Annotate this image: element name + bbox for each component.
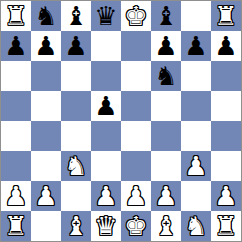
black-pawn[interactable]: ♟ bbox=[214, 31, 237, 61]
chess-board: ♜♞♝♛♚♝♜♟♟♟♟♟♟♞♟♞♟♟♟♟♟♟♟♜♝♛♚♝♞♜ bbox=[0, 0, 242, 242]
square-f7[interactable]: ♟ bbox=[151, 31, 181, 61]
square-g8[interactable] bbox=[181, 1, 211, 31]
square-g5[interactable] bbox=[181, 91, 211, 121]
white-queen[interactable]: ♛ bbox=[94, 211, 117, 241]
square-b3[interactable] bbox=[31, 151, 61, 181]
square-g4[interactable] bbox=[181, 121, 211, 151]
square-h4[interactable] bbox=[211, 121, 241, 151]
black-pawn[interactable]: ♟ bbox=[4, 31, 27, 61]
square-f1[interactable]: ♝ bbox=[151, 211, 181, 241]
white-king[interactable]: ♚ bbox=[124, 211, 147, 241]
square-d2[interactable]: ♟ bbox=[91, 181, 121, 211]
square-e6[interactable] bbox=[121, 61, 151, 91]
square-g6[interactable] bbox=[181, 61, 211, 91]
white-pawn[interactable]: ♟ bbox=[154, 181, 177, 211]
square-h7[interactable]: ♟ bbox=[211, 31, 241, 61]
square-c3[interactable]: ♞ bbox=[61, 151, 91, 181]
square-c8[interactable]: ♝ bbox=[61, 1, 91, 31]
white-knight[interactable]: ♞ bbox=[64, 151, 87, 181]
black-pawn[interactable]: ♟ bbox=[184, 31, 207, 61]
black-knight[interactable]: ♞ bbox=[34, 1, 57, 31]
white-rook[interactable]: ♜ bbox=[4, 211, 27, 241]
square-b5[interactable] bbox=[31, 91, 61, 121]
black-pawn[interactable]: ♟ bbox=[94, 91, 117, 121]
black-pawn[interactable]: ♟ bbox=[154, 31, 177, 61]
square-f8[interactable]: ♝ bbox=[151, 1, 181, 31]
square-f3[interactable] bbox=[151, 151, 181, 181]
square-h5[interactable] bbox=[211, 91, 241, 121]
square-f5[interactable] bbox=[151, 91, 181, 121]
square-b4[interactable] bbox=[31, 121, 61, 151]
square-d8[interactable]: ♛ bbox=[91, 1, 121, 31]
square-a8[interactable]: ♜ bbox=[1, 1, 31, 31]
white-rook[interactable]: ♜ bbox=[214, 211, 237, 241]
black-pawn[interactable]: ♟ bbox=[64, 31, 87, 61]
square-c7[interactable]: ♟ bbox=[61, 31, 91, 61]
square-e5[interactable] bbox=[121, 91, 151, 121]
black-knight[interactable]: ♞ bbox=[154, 61, 177, 91]
square-c5[interactable] bbox=[61, 91, 91, 121]
square-d3[interactable] bbox=[91, 151, 121, 181]
square-d7[interactable] bbox=[91, 31, 121, 61]
square-g7[interactable]: ♟ bbox=[181, 31, 211, 61]
square-a4[interactable] bbox=[1, 121, 31, 151]
square-f6[interactable]: ♞ bbox=[151, 61, 181, 91]
square-h2[interactable]: ♟ bbox=[211, 181, 241, 211]
square-a7[interactable]: ♟ bbox=[1, 31, 31, 61]
square-c6[interactable] bbox=[61, 61, 91, 91]
square-d6[interactable] bbox=[91, 61, 121, 91]
square-c2[interactable] bbox=[61, 181, 91, 211]
square-a6[interactable] bbox=[1, 61, 31, 91]
square-d5[interactable]: ♟ bbox=[91, 91, 121, 121]
black-queen[interactable]: ♛ bbox=[94, 1, 117, 31]
square-h1[interactable]: ♜ bbox=[211, 211, 241, 241]
square-g2[interactable] bbox=[181, 181, 211, 211]
square-e8[interactable]: ♚ bbox=[121, 1, 151, 31]
white-pawn[interactable]: ♟ bbox=[214, 181, 237, 211]
square-e1[interactable]: ♚ bbox=[121, 211, 151, 241]
square-b8[interactable]: ♞ bbox=[31, 1, 61, 31]
black-bishop[interactable]: ♝ bbox=[64, 1, 87, 31]
white-bishop[interactable]: ♝ bbox=[154, 211, 177, 241]
white-pawn[interactable]: ♟ bbox=[94, 181, 117, 211]
square-a5[interactable] bbox=[1, 91, 31, 121]
square-g1[interactable]: ♞ bbox=[181, 211, 211, 241]
white-knight[interactable]: ♞ bbox=[184, 211, 207, 241]
square-b6[interactable] bbox=[31, 61, 61, 91]
square-b1[interactable] bbox=[31, 211, 61, 241]
black-pawn[interactable]: ♟ bbox=[34, 31, 57, 61]
black-bishop[interactable]: ♝ bbox=[154, 1, 177, 31]
square-h6[interactable] bbox=[211, 61, 241, 91]
square-e7[interactable] bbox=[121, 31, 151, 61]
white-king[interactable]: ♚ bbox=[124, 1, 147, 31]
square-e3[interactable] bbox=[121, 151, 151, 181]
square-b2[interactable]: ♟ bbox=[31, 181, 61, 211]
square-c1[interactable]: ♝ bbox=[61, 211, 91, 241]
white-rook[interactable]: ♜ bbox=[4, 1, 27, 31]
square-a2[interactable]: ♟ bbox=[1, 181, 31, 211]
square-d1[interactable]: ♛ bbox=[91, 211, 121, 241]
white-pawn[interactable]: ♟ bbox=[124, 181, 147, 211]
square-e2[interactable]: ♟ bbox=[121, 181, 151, 211]
square-h3[interactable] bbox=[211, 151, 241, 181]
square-b7[interactable]: ♟ bbox=[31, 31, 61, 61]
white-pawn[interactable]: ♟ bbox=[4, 181, 27, 211]
square-f2[interactable]: ♟ bbox=[151, 181, 181, 211]
white-bishop[interactable]: ♝ bbox=[64, 211, 87, 241]
square-a1[interactable]: ♜ bbox=[1, 211, 31, 241]
square-d4[interactable] bbox=[91, 121, 121, 151]
square-f4[interactable] bbox=[151, 121, 181, 151]
square-e4[interactable] bbox=[121, 121, 151, 151]
white-rook[interactable]: ♜ bbox=[214, 1, 237, 31]
square-h8[interactable]: ♜ bbox=[211, 1, 241, 31]
square-g3[interactable]: ♟ bbox=[181, 151, 211, 181]
square-c4[interactable] bbox=[61, 121, 91, 151]
square-a3[interactable] bbox=[1, 151, 31, 181]
white-pawn[interactable]: ♟ bbox=[184, 151, 207, 181]
white-pawn[interactable]: ♟ bbox=[34, 181, 57, 211]
